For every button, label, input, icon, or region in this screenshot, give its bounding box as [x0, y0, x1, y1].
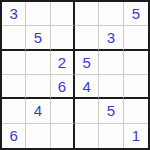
given-digit: 6 [58, 78, 66, 95]
cell-r6c6[interactable]: 1 [124, 124, 148, 148]
cell-r5c6[interactable] [124, 99, 148, 123]
cell-r3c6[interactable] [124, 51, 148, 75]
cell-r3c1[interactable] [2, 51, 26, 75]
given-digit: 5 [132, 5, 140, 22]
cell-r4c5[interactable] [99, 75, 123, 99]
given-digit: 5 [82, 54, 90, 71]
cell-r5c5[interactable]: 5 [99, 99, 123, 123]
cell-r1c3[interactable] [51, 2, 75, 26]
given-digit: 6 [9, 127, 17, 144]
cell-r5c1[interactable] [2, 99, 26, 123]
given-digit: 3 [9, 5, 17, 22]
given-digit: 1 [132, 127, 140, 144]
cell-r4c1[interactable] [2, 75, 26, 99]
cell-r1c6[interactable]: 5 [124, 2, 148, 26]
cell-r6c1[interactable]: 6 [2, 124, 26, 148]
cell-r2c3[interactable] [51, 26, 75, 50]
cell-r1c5[interactable] [99, 2, 123, 26]
cell-r1c2[interactable] [26, 2, 50, 26]
cell-r3c4[interactable]: 5 [75, 51, 99, 75]
cell-r5c2[interactable]: 4 [26, 99, 50, 123]
cell-r2c1[interactable] [2, 26, 26, 50]
cell-r3c5[interactable] [99, 51, 123, 75]
given-digit: 3 [107, 29, 115, 46]
cell-r4c6[interactable] [124, 75, 148, 99]
given-digit: 5 [107, 102, 115, 119]
cell-r3c2[interactable] [26, 51, 50, 75]
given-digit: 2 [58, 54, 66, 71]
cell-r6c2[interactable] [26, 124, 50, 148]
cell-r4c4[interactable]: 4 [75, 75, 99, 99]
cell-r5c4[interactable] [75, 99, 99, 123]
cell-r6c5[interactable] [99, 124, 123, 148]
cell-r2c6[interactable] [124, 26, 148, 50]
sudoku-board: 355325644561 [0, 0, 150, 150]
given-digit: 4 [82, 78, 90, 95]
cell-r3c3[interactable]: 2 [51, 51, 75, 75]
cell-r2c4[interactable] [75, 26, 99, 50]
cell-r2c2[interactable]: 5 [26, 26, 50, 50]
given-digit: 5 [34, 29, 42, 46]
cell-r6c4[interactable] [75, 124, 99, 148]
cell-r4c2[interactable] [26, 75, 50, 99]
cell-r1c1[interactable]: 3 [2, 2, 26, 26]
cell-r5c3[interactable] [51, 99, 75, 123]
cell-r2c5[interactable]: 3 [99, 26, 123, 50]
cell-r6c3[interactable] [51, 124, 75, 148]
cell-r4c3[interactable]: 6 [51, 75, 75, 99]
given-digit: 4 [34, 102, 42, 119]
cell-r1c4[interactable] [75, 2, 99, 26]
